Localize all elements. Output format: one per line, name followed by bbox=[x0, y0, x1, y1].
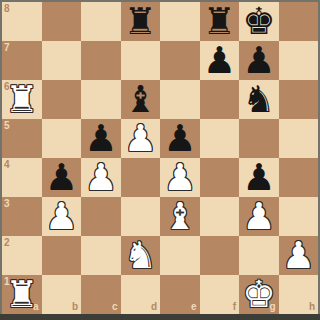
square-b2[interactable] bbox=[42, 236, 82, 275]
square-b8[interactable] bbox=[42, 2, 82, 41]
square-b1[interactable]: b bbox=[42, 275, 82, 314]
square-e1[interactable]: e bbox=[160, 275, 200, 314]
square-e3[interactable]: ♝ bbox=[160, 197, 200, 236]
square-g3[interactable]: ♟ bbox=[239, 197, 279, 236]
piece-white-pawn-d5[interactable]: ♟ bbox=[121, 119, 161, 158]
square-a7[interactable]: 7 bbox=[2, 41, 42, 80]
square-c6[interactable] bbox=[81, 80, 121, 119]
rank-label-5: 5 bbox=[4, 121, 10, 131]
piece-white-pawn-e4[interactable]: ♟ bbox=[160, 158, 200, 197]
piece-black-pawn-e5[interactable]: ♟ bbox=[160, 119, 200, 158]
square-c3[interactable] bbox=[81, 197, 121, 236]
square-c5[interactable]: ♟ bbox=[81, 119, 121, 158]
square-c8[interactable] bbox=[81, 2, 121, 41]
piece-white-knight-d2[interactable]: ♞ bbox=[121, 236, 161, 275]
chess-diagram: 8♜♜♚7♟♟6♜♝♞5♟♟♟4♟♟♟♟3♟♝♟2♞♟1a♜bcdefg♚h bbox=[0, 0, 320, 320]
square-f3[interactable] bbox=[200, 197, 240, 236]
square-c4[interactable]: ♟ bbox=[81, 158, 121, 197]
rank-label-8: 8 bbox=[4, 4, 10, 14]
piece-black-rook-f8[interactable]: ♜ bbox=[200, 2, 240, 41]
piece-black-rook-d8[interactable]: ♜ bbox=[121, 2, 161, 41]
piece-black-bishop-d6[interactable]: ♝ bbox=[121, 80, 161, 119]
piece-black-pawn-g4[interactable]: ♟ bbox=[239, 158, 279, 197]
rank-label-2: 2 bbox=[4, 238, 10, 248]
piece-black-king-g8[interactable]: ♚ bbox=[239, 2, 279, 41]
file-label-d: d bbox=[151, 302, 157, 312]
square-e5[interactable]: ♟ bbox=[160, 119, 200, 158]
file-label-e: e bbox=[191, 302, 197, 312]
chess-board: 8♜♜♚7♟♟6♜♝♞5♟♟♟4♟♟♟♟3♟♝♟2♞♟1a♜bcdefg♚h bbox=[2, 2, 318, 314]
square-e6[interactable] bbox=[160, 80, 200, 119]
square-f4[interactable] bbox=[200, 158, 240, 197]
square-f5[interactable] bbox=[200, 119, 240, 158]
piece-black-pawn-g7[interactable]: ♟ bbox=[239, 41, 279, 80]
rank-label-3: 3 bbox=[4, 199, 10, 209]
rank-label-7: 7 bbox=[4, 43, 10, 53]
rank-label-4: 4 bbox=[4, 160, 10, 170]
square-g4[interactable]: ♟ bbox=[239, 158, 279, 197]
file-label-h: h bbox=[309, 302, 315, 312]
square-b3[interactable]: ♟ bbox=[42, 197, 82, 236]
square-d4[interactable] bbox=[121, 158, 161, 197]
square-c7[interactable] bbox=[81, 41, 121, 80]
square-g6[interactable]: ♞ bbox=[239, 80, 279, 119]
square-h6[interactable] bbox=[279, 80, 319, 119]
square-b7[interactable] bbox=[42, 41, 82, 80]
square-g1[interactable]: g♚ bbox=[239, 275, 279, 314]
piece-white-pawn-h2[interactable]: ♟ bbox=[279, 236, 319, 275]
square-b5[interactable] bbox=[42, 119, 82, 158]
square-f6[interactable] bbox=[200, 80, 240, 119]
square-e2[interactable] bbox=[160, 236, 200, 275]
square-a4[interactable]: 4 bbox=[2, 158, 42, 197]
file-label-c: c bbox=[112, 302, 118, 312]
square-a5[interactable]: 5 bbox=[2, 119, 42, 158]
square-a8[interactable]: 8 bbox=[2, 2, 42, 41]
file-label-f: f bbox=[233, 302, 236, 312]
piece-white-bishop-e3[interactable]: ♝ bbox=[160, 197, 200, 236]
piece-white-rook-a6[interactable]: ♜ bbox=[2, 80, 42, 119]
file-label-b: b bbox=[72, 302, 78, 312]
square-f1[interactable]: f bbox=[200, 275, 240, 314]
square-b6[interactable] bbox=[42, 80, 82, 119]
square-b4[interactable]: ♟ bbox=[42, 158, 82, 197]
square-g2[interactable] bbox=[239, 236, 279, 275]
piece-black-pawn-f7[interactable]: ♟ bbox=[200, 41, 240, 80]
piece-black-pawn-b4[interactable]: ♟ bbox=[42, 158, 82, 197]
square-d7[interactable] bbox=[121, 41, 161, 80]
square-c1[interactable]: c bbox=[81, 275, 121, 314]
square-c2[interactable] bbox=[81, 236, 121, 275]
piece-white-king-g1[interactable]: ♚ bbox=[239, 275, 279, 314]
square-e8[interactable] bbox=[160, 2, 200, 41]
square-h4[interactable] bbox=[279, 158, 319, 197]
square-h3[interactable] bbox=[279, 197, 319, 236]
square-d5[interactable]: ♟ bbox=[121, 119, 161, 158]
square-f7[interactable]: ♟ bbox=[200, 41, 240, 80]
square-a2[interactable]: 2 bbox=[2, 236, 42, 275]
piece-white-rook-a1[interactable]: ♜ bbox=[2, 275, 42, 314]
square-g8[interactable]: ♚ bbox=[239, 2, 279, 41]
square-d6[interactable]: ♝ bbox=[121, 80, 161, 119]
square-d1[interactable]: d bbox=[121, 275, 161, 314]
square-h8[interactable] bbox=[279, 2, 319, 41]
square-h5[interactable] bbox=[279, 119, 319, 158]
square-d2[interactable]: ♞ bbox=[121, 236, 161, 275]
square-e7[interactable] bbox=[160, 41, 200, 80]
square-a1[interactable]: 1a♜ bbox=[2, 275, 42, 314]
square-e4[interactable]: ♟ bbox=[160, 158, 200, 197]
piece-white-pawn-c4[interactable]: ♟ bbox=[81, 158, 121, 197]
square-g5[interactable] bbox=[239, 119, 279, 158]
square-d3[interactable] bbox=[121, 197, 161, 236]
square-h1[interactable]: h bbox=[279, 275, 319, 314]
square-h7[interactable] bbox=[279, 41, 319, 80]
square-g7[interactable]: ♟ bbox=[239, 41, 279, 80]
piece-black-knight-g6[interactable]: ♞ bbox=[239, 80, 279, 119]
square-f8[interactable]: ♜ bbox=[200, 2, 240, 41]
square-h2[interactable]: ♟ bbox=[279, 236, 319, 275]
board-frame: 8♜♜♚7♟♟6♜♝♞5♟♟♟4♟♟♟♟3♟♝♟2♞♟1a♜bcdefg♚h bbox=[0, 0, 320, 320]
square-a3[interactable]: 3 bbox=[2, 197, 42, 236]
piece-white-pawn-b3[interactable]: ♟ bbox=[42, 197, 82, 236]
piece-white-pawn-g3[interactable]: ♟ bbox=[239, 197, 279, 236]
square-d8[interactable]: ♜ bbox=[121, 2, 161, 41]
square-a6[interactable]: 6♜ bbox=[2, 80, 42, 119]
square-f2[interactable] bbox=[200, 236, 240, 275]
board-frame-bottom-edge bbox=[0, 314, 320, 320]
piece-black-pawn-c5[interactable]: ♟ bbox=[81, 119, 121, 158]
